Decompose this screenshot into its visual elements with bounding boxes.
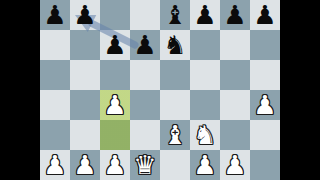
square-b6[interactable] bbox=[70, 30, 100, 60]
square-f3[interactable]: ♞ bbox=[190, 120, 220, 150]
white-pawn[interactable]: ♟ bbox=[70, 150, 100, 180]
square-f7[interactable]: ♟ bbox=[190, 0, 220, 30]
square-a3[interactable] bbox=[40, 120, 70, 150]
square-a4[interactable] bbox=[40, 90, 70, 120]
white-queen[interactable]: ♛ bbox=[130, 150, 160, 180]
black-bishop[interactable]: ♝ bbox=[160, 0, 190, 30]
square-c3[interactable] bbox=[100, 120, 130, 150]
white-pawn[interactable]: ♟ bbox=[250, 90, 280, 120]
square-c7[interactable] bbox=[100, 0, 130, 30]
black-knight[interactable]: ♞ bbox=[160, 30, 190, 60]
white-bishop[interactable]: ♝ bbox=[160, 120, 190, 150]
chess-board: ♟♟♝♟♟♟♟♟♞♟♟♝♞♟♟♟♛♟♟ bbox=[40, 0, 280, 180]
white-knight[interactable]: ♞ bbox=[190, 120, 220, 150]
white-pawn[interactable]: ♟ bbox=[220, 150, 250, 180]
square-c4[interactable]: ♟ bbox=[100, 90, 130, 120]
square-h2[interactable] bbox=[250, 150, 280, 180]
white-pawn[interactable]: ♟ bbox=[190, 150, 220, 180]
square-e4[interactable] bbox=[160, 90, 190, 120]
square-d5[interactable] bbox=[130, 60, 160, 90]
square-b4[interactable] bbox=[70, 90, 100, 120]
square-f2[interactable]: ♟ bbox=[190, 150, 220, 180]
square-c6[interactable]: ♟ bbox=[100, 30, 130, 60]
square-b2[interactable]: ♟ bbox=[70, 150, 100, 180]
square-a2[interactable]: ♟ bbox=[40, 150, 70, 180]
white-pawn[interactable]: ♟ bbox=[100, 150, 130, 180]
square-c5[interactable] bbox=[100, 60, 130, 90]
square-a7[interactable]: ♟ bbox=[40, 0, 70, 30]
square-e5[interactable] bbox=[160, 60, 190, 90]
square-g6[interactable] bbox=[220, 30, 250, 60]
square-h7[interactable]: ♟ bbox=[250, 0, 280, 30]
square-a6[interactable] bbox=[40, 30, 70, 60]
square-d3[interactable] bbox=[130, 120, 160, 150]
letterbox-right bbox=[280, 0, 320, 180]
square-b3[interactable] bbox=[70, 120, 100, 150]
black-pawn[interactable]: ♟ bbox=[220, 0, 250, 30]
square-g3[interactable] bbox=[220, 120, 250, 150]
square-f6[interactable] bbox=[190, 30, 220, 60]
square-d4[interactable] bbox=[130, 90, 160, 120]
square-b5[interactable] bbox=[70, 60, 100, 90]
square-g2[interactable]: ♟ bbox=[220, 150, 250, 180]
white-pawn[interactable]: ♟ bbox=[40, 150, 70, 180]
video-frame: ♟♟♝♟♟♟♟♟♞♟♟♝♞♟♟♟♛♟♟ bbox=[0, 0, 320, 180]
square-e7[interactable]: ♝ bbox=[160, 0, 190, 30]
square-e3[interactable]: ♝ bbox=[160, 120, 190, 150]
black-pawn[interactable]: ♟ bbox=[250, 0, 280, 30]
black-pawn[interactable]: ♟ bbox=[130, 30, 160, 60]
square-h5[interactable] bbox=[250, 60, 280, 90]
square-h4[interactable]: ♟ bbox=[250, 90, 280, 120]
square-h3[interactable] bbox=[250, 120, 280, 150]
square-g5[interactable] bbox=[220, 60, 250, 90]
square-h6[interactable] bbox=[250, 30, 280, 60]
square-f5[interactable] bbox=[190, 60, 220, 90]
square-g4[interactable] bbox=[220, 90, 250, 120]
white-pawn[interactable]: ♟ bbox=[100, 90, 130, 120]
black-pawn[interactable]: ♟ bbox=[70, 0, 100, 30]
square-a5[interactable] bbox=[40, 60, 70, 90]
square-e6[interactable]: ♞ bbox=[160, 30, 190, 60]
letterbox-left bbox=[0, 0, 40, 180]
square-f4[interactable] bbox=[190, 90, 220, 120]
square-g7[interactable]: ♟ bbox=[220, 0, 250, 30]
black-pawn[interactable]: ♟ bbox=[100, 30, 130, 60]
square-d7[interactable] bbox=[130, 0, 160, 30]
square-b7[interactable]: ♟ bbox=[70, 0, 100, 30]
square-d2[interactable]: ♛ bbox=[130, 150, 160, 180]
square-e2[interactable] bbox=[160, 150, 190, 180]
square-c2[interactable]: ♟ bbox=[100, 150, 130, 180]
square-d6[interactable]: ♟ bbox=[130, 30, 160, 60]
black-pawn[interactable]: ♟ bbox=[190, 0, 220, 30]
black-pawn[interactable]: ♟ bbox=[40, 0, 70, 30]
